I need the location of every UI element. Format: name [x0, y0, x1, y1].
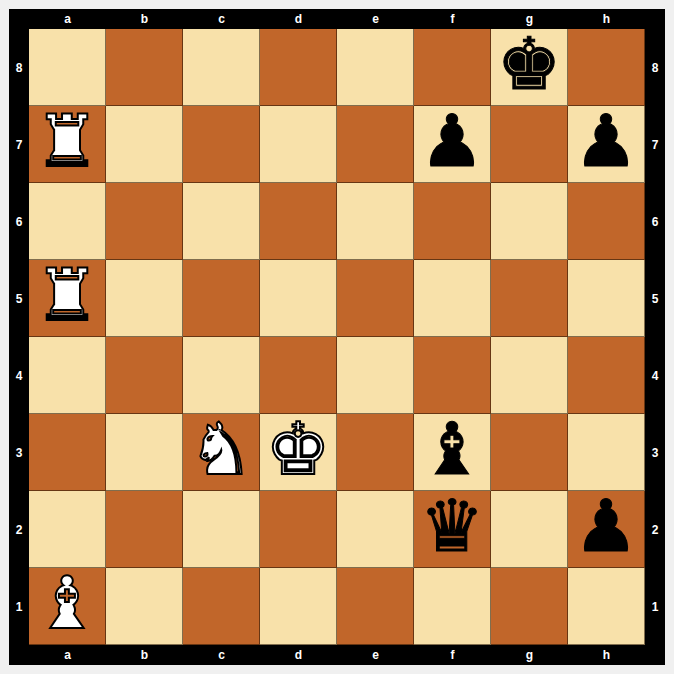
white-bishop-icon[interactable]: ♝ — [35, 567, 100, 639]
square-h8[interactable] — [568, 29, 645, 106]
black-king-icon[interactable]: ♚ — [497, 28, 562, 100]
square-b5[interactable] — [106, 260, 183, 337]
square-f3[interactable]: ♝ — [414, 414, 491, 491]
square-e2[interactable] — [337, 491, 414, 568]
black-pawn-icon[interactable]: ♟ — [574, 105, 639, 177]
square-f1[interactable] — [414, 568, 491, 645]
square-d3[interactable]: ♚ — [260, 414, 337, 491]
square-c1[interactable] — [183, 568, 260, 645]
square-a2[interactable] — [29, 491, 106, 568]
rank-label-7: 7 — [645, 106, 665, 183]
square-b2[interactable] — [106, 491, 183, 568]
rank-label-2: 2 — [9, 491, 29, 568]
square-d8[interactable] — [260, 29, 337, 106]
square-e3[interactable] — [337, 414, 414, 491]
square-e1[interactable] — [337, 568, 414, 645]
square-c7[interactable] — [183, 106, 260, 183]
file-label-d: d — [260, 645, 337, 665]
rank-labels-left: 87654321 — [9, 29, 29, 645]
square-f6[interactable] — [414, 183, 491, 260]
square-d5[interactable] — [260, 260, 337, 337]
square-e5[interactable] — [337, 260, 414, 337]
file-label-f: f — [414, 645, 491, 665]
square-b7[interactable] — [106, 106, 183, 183]
square-g6[interactable] — [491, 183, 568, 260]
square-e6[interactable] — [337, 183, 414, 260]
square-f4[interactable] — [414, 337, 491, 414]
rank-label-5: 5 — [9, 260, 29, 337]
square-g3[interactable] — [491, 414, 568, 491]
square-d2[interactable] — [260, 491, 337, 568]
square-a3[interactable] — [29, 414, 106, 491]
square-c6[interactable] — [183, 183, 260, 260]
square-e4[interactable] — [337, 337, 414, 414]
black-pawn-icon[interactable]: ♟ — [574, 490, 639, 562]
white-knight-icon[interactable]: ♞ — [189, 413, 254, 485]
white-king-icon[interactable]: ♚ — [266, 413, 331, 485]
rank-label-1: 1 — [645, 568, 665, 645]
square-c2[interactable] — [183, 491, 260, 568]
square-h1[interactable] — [568, 568, 645, 645]
square-c5[interactable] — [183, 260, 260, 337]
square-b4[interactable] — [106, 337, 183, 414]
square-d1[interactable] — [260, 568, 337, 645]
rank-label-1: 1 — [9, 568, 29, 645]
square-b8[interactable] — [106, 29, 183, 106]
rank-label-6: 6 — [9, 183, 29, 260]
file-label-d: d — [260, 9, 337, 29]
file-label-e: e — [337, 9, 414, 29]
square-f7[interactable]: ♟ — [414, 106, 491, 183]
rank-label-6: 6 — [645, 183, 665, 260]
file-label-b: b — [106, 645, 183, 665]
square-d4[interactable] — [260, 337, 337, 414]
square-h5[interactable] — [568, 260, 645, 337]
rank-labels-right: 87654321 — [645, 29, 665, 645]
square-c4[interactable] — [183, 337, 260, 414]
square-b1[interactable] — [106, 568, 183, 645]
black-pawn-icon[interactable]: ♟ — [420, 105, 485, 177]
board-frame: abcdefgh 87654321 ♚♜♟♟♜♞♚♝♛♟♝ 87654321 a… — [9, 9, 665, 665]
file-label-g: g — [491, 645, 568, 665]
square-c8[interactable] — [183, 29, 260, 106]
square-f5[interactable] — [414, 260, 491, 337]
square-g7[interactable] — [491, 106, 568, 183]
square-c3[interactable]: ♞ — [183, 414, 260, 491]
square-g2[interactable] — [491, 491, 568, 568]
file-label-a: a — [29, 645, 106, 665]
rank-label-2: 2 — [645, 491, 665, 568]
white-rook-icon[interactable]: ♜ — [35, 105, 100, 177]
file-label-e: e — [337, 645, 414, 665]
square-e8[interactable] — [337, 29, 414, 106]
chess-diagram-page: abcdefgh 87654321 ♚♜♟♟♜♞♚♝♛♟♝ 87654321 a… — [0, 0, 674, 674]
square-a7[interactable]: ♜ — [29, 106, 106, 183]
file-label-h: h — [568, 9, 645, 29]
file-label-b: b — [106, 9, 183, 29]
board-middle-row: 87654321 ♚♜♟♟♜♞♚♝♛♟♝ 87654321 — [9, 29, 665, 645]
square-h6[interactable] — [568, 183, 645, 260]
file-label-c: c — [183, 9, 260, 29]
square-a1[interactable]: ♝ — [29, 568, 106, 645]
rank-label-7: 7 — [9, 106, 29, 183]
square-g5[interactable] — [491, 260, 568, 337]
chess-board: ♚♜♟♟♜♞♚♝♛♟♝ — [29, 29, 645, 645]
square-b6[interactable] — [106, 183, 183, 260]
file-labels-bottom: abcdefgh — [9, 645, 665, 665]
file-label-a: a — [29, 9, 106, 29]
white-rook-icon[interactable]: ♜ — [35, 259, 100, 331]
rank-label-4: 4 — [645, 337, 665, 414]
square-g8[interactable]: ♚ — [491, 29, 568, 106]
square-d6[interactable] — [260, 183, 337, 260]
square-h3[interactable] — [568, 414, 645, 491]
rank-label-8: 8 — [645, 29, 665, 106]
file-label-c: c — [183, 645, 260, 665]
file-label-f: f — [414, 9, 491, 29]
square-g4[interactable] — [491, 337, 568, 414]
square-e7[interactable] — [337, 106, 414, 183]
rank-label-8: 8 — [9, 29, 29, 106]
square-f8[interactable] — [414, 29, 491, 106]
black-queen-icon[interactable]: ♛ — [420, 490, 485, 562]
black-bishop-icon[interactable]: ♝ — [420, 413, 485, 485]
square-a6[interactable] — [29, 183, 106, 260]
square-d7[interactable] — [260, 106, 337, 183]
rank-label-4: 4 — [9, 337, 29, 414]
file-label-h: h — [568, 645, 645, 665]
square-h4[interactable] — [568, 337, 645, 414]
rank-label-5: 5 — [645, 260, 665, 337]
rank-label-3: 3 — [9, 414, 29, 491]
square-f2[interactable]: ♛ — [414, 491, 491, 568]
square-h2[interactable]: ♟ — [568, 491, 645, 568]
square-a8[interactable] — [29, 29, 106, 106]
file-labels-top: abcdefgh — [9, 9, 665, 29]
square-h7[interactable]: ♟ — [568, 106, 645, 183]
square-g1[interactable] — [491, 568, 568, 645]
rank-label-3: 3 — [645, 414, 665, 491]
square-b3[interactable] — [106, 414, 183, 491]
square-a4[interactable] — [29, 337, 106, 414]
square-a5[interactable]: ♜ — [29, 260, 106, 337]
